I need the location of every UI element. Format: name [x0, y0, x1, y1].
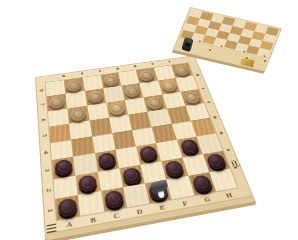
checker-light-h8[interactable]	[173, 65, 190, 77]
frame-dot-icon	[219, 132, 222, 134]
file-label-d: D	[127, 203, 152, 219]
checker-light-e7[interactable]	[124, 85, 141, 98]
frame-dot-icon	[134, 65, 137, 67]
folded-board-box	[178, 7, 282, 59]
checker-dark-f2[interactable]	[164, 160, 185, 177]
checker-dark-h2[interactable]	[205, 153, 227, 170]
checkers-board: ABCDEFGH 87654321	[35, 55, 253, 235]
frame-dot-icon	[116, 68, 119, 70]
frame-dot-icon	[213, 116, 216, 118]
checker-dark-d2[interactable]	[122, 167, 142, 185]
frame-dot-icon	[98, 70, 101, 72]
square-d6[interactable]	[106, 100, 128, 118]
checker-light-f6[interactable]	[146, 96, 164, 110]
checker-dark-c1[interactable]	[103, 189, 124, 208]
checker-light-b8[interactable]	[66, 79, 82, 92]
checker-dark-g3[interactable]	[179, 139, 200, 155]
nail-icon	[246, 57, 248, 59]
maker-stamp-icon	[46, 222, 56, 233]
checker-light-b6[interactable]	[70, 107, 87, 121]
frame-dot-icon	[226, 148, 229, 151]
checker-light-h6[interactable]	[183, 91, 202, 104]
file-label-h: H	[216, 188, 242, 203]
frame-dot-icon	[63, 75, 65, 77]
file-label-b: B	[81, 212, 106, 228]
latch-hasp	[154, 187, 168, 201]
box-latch	[181, 37, 193, 52]
nail-icon	[264, 60, 266, 62]
checker-light-f8[interactable]	[138, 69, 155, 81]
frame-dot-icon	[81, 72, 83, 74]
checker-dark-e3[interactable]	[139, 145, 159, 162]
checker-dark-c3[interactable]	[97, 152, 116, 169]
frame-dot-icon	[207, 101, 210, 103]
file-label-a: A	[57, 216, 82, 233]
box-gold-sticker	[240, 58, 254, 68]
checker-light-d6[interactable]	[108, 101, 126, 115]
product-photo-scene: ABCDEFGH 87654321	[0, 0, 298, 240]
square-e3[interactable]	[136, 143, 161, 164]
frame-dot-icon	[151, 63, 154, 65]
frame-dot-icon	[201, 87, 204, 89]
square-b2[interactable]	[76, 171, 101, 194]
file-label-c: C	[104, 207, 129, 223]
frame-dot-icon	[196, 74, 199, 76]
nail-icon	[209, 49, 211, 51]
checker-dark-b2[interactable]	[78, 174, 98, 192]
folded-box-grid	[181, 9, 280, 57]
checker-light-c7[interactable]	[87, 90, 104, 103]
checker-light-d8[interactable]	[103, 74, 120, 86]
checker-dark-g1[interactable]	[191, 174, 213, 192]
frame-dot-icon	[168, 60, 171, 62]
checker-light-g7[interactable]	[160, 80, 178, 93]
